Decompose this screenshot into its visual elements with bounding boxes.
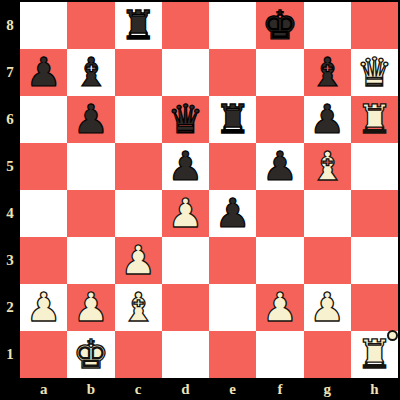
square-d5[interactable]: ♟ — [162, 143, 209, 190]
square-a5[interactable] — [20, 143, 67, 190]
square-g1[interactable] — [304, 331, 351, 378]
piece-black-pawn[interactable]: ♟ — [215, 193, 251, 233]
piece-white-pawn[interactable]: ♟ — [167, 193, 203, 233]
square-b6[interactable]: ♟ — [67, 96, 114, 143]
piece-black-pawn[interactable]: ♟ — [26, 52, 62, 92]
square-b4[interactable] — [67, 190, 114, 237]
piece-black-rook[interactable]: ♜ — [215, 99, 251, 139]
board-frame: 87654321 ♜♚♟♝♝♛♟♛♜♟♜♟♟♝♟♟♟♟♟♝♟♟♚♜ abcdef… — [0, 0, 400, 400]
piece-white-queen[interactable]: ♛ — [356, 52, 392, 92]
rank-label-2: 2 — [0, 284, 20, 331]
square-a2[interactable]: ♟ — [20, 284, 67, 331]
file-label-b: b — [67, 378, 114, 400]
move-indicator-circle — [387, 330, 398, 341]
piece-white-rook[interactable]: ♜ — [356, 99, 392, 139]
piece-black-king[interactable]: ♚ — [262, 5, 298, 45]
piece-black-bishop[interactable]: ♝ — [73, 52, 109, 92]
square-d7[interactable] — [162, 49, 209, 96]
square-d2[interactable] — [162, 284, 209, 331]
file-label-a: a — [20, 378, 67, 400]
piece-black-bishop[interactable]: ♝ — [309, 52, 345, 92]
piece-white-pawn[interactable]: ♟ — [26, 287, 62, 327]
square-g4[interactable] — [304, 190, 351, 237]
file-label-g: g — [304, 378, 351, 400]
piece-white-pawn[interactable]: ♟ — [120, 240, 156, 280]
square-f7[interactable] — [256, 49, 303, 96]
square-h3[interactable] — [351, 237, 398, 284]
square-f6[interactable] — [256, 96, 303, 143]
square-b8[interactable] — [67, 2, 114, 49]
piece-black-pawn[interactable]: ♟ — [309, 99, 345, 139]
square-b3[interactable] — [67, 237, 114, 284]
square-g5[interactable]: ♝ — [304, 143, 351, 190]
square-d6[interactable]: ♛ — [162, 96, 209, 143]
square-h5[interactable] — [351, 143, 398, 190]
rank-label-6: 6 — [0, 96, 20, 143]
file-label-f: f — [256, 378, 303, 400]
square-f8[interactable]: ♚ — [256, 2, 303, 49]
square-g6[interactable]: ♟ — [304, 96, 351, 143]
square-b5[interactable] — [67, 143, 114, 190]
square-c8[interactable]: ♜ — [115, 2, 162, 49]
square-g7[interactable]: ♝ — [304, 49, 351, 96]
square-e3[interactable] — [209, 237, 256, 284]
square-b7[interactable]: ♝ — [67, 49, 114, 96]
square-d4[interactable]: ♟ — [162, 190, 209, 237]
rank-label-7: 7 — [0, 49, 20, 96]
square-e6[interactable]: ♜ — [209, 96, 256, 143]
square-d8[interactable] — [162, 2, 209, 49]
square-c7[interactable] — [115, 49, 162, 96]
chess-board[interactable]: ♜♚♟♝♝♛♟♛♜♟♜♟♟♝♟♟♟♟♟♝♟♟♚♜ — [20, 2, 398, 378]
rank-label-3: 3 — [0, 237, 20, 284]
piece-white-bishop[interactable]: ♝ — [309, 146, 345, 186]
square-h8[interactable] — [351, 2, 398, 49]
piece-white-pawn[interactable]: ♟ — [309, 287, 345, 327]
piece-black-pawn[interactable]: ♟ — [73, 99, 109, 139]
square-g8[interactable] — [304, 2, 351, 49]
square-h4[interactable] — [351, 190, 398, 237]
square-e1[interactable] — [209, 331, 256, 378]
rank-label-8: 8 — [0, 2, 20, 49]
square-h2[interactable] — [351, 284, 398, 331]
rank-label-5: 5 — [0, 143, 20, 190]
square-c4[interactable] — [115, 190, 162, 237]
file-labels: abcdefgh — [20, 378, 398, 400]
square-a3[interactable] — [20, 237, 67, 284]
piece-black-queen[interactable]: ♛ — [167, 99, 203, 139]
piece-white-rook[interactable]: ♜ — [356, 334, 392, 374]
square-d1[interactable] — [162, 331, 209, 378]
square-e4[interactable]: ♟ — [209, 190, 256, 237]
rank-label-4: 4 — [0, 190, 20, 237]
rank-label-1: 1 — [0, 331, 20, 378]
square-f3[interactable] — [256, 237, 303, 284]
square-a4[interactable] — [20, 190, 67, 237]
square-f4[interactable] — [256, 190, 303, 237]
square-a1[interactable] — [20, 331, 67, 378]
square-e2[interactable] — [209, 284, 256, 331]
square-g3[interactable] — [304, 237, 351, 284]
piece-white-bishop[interactable]: ♝ — [120, 287, 156, 327]
square-c6[interactable] — [115, 96, 162, 143]
square-c1[interactable] — [115, 331, 162, 378]
square-e7[interactable] — [209, 49, 256, 96]
piece-black-rook[interactable]: ♜ — [120, 5, 156, 45]
rank-labels: 87654321 — [0, 2, 20, 378]
piece-black-pawn[interactable]: ♟ — [167, 146, 203, 186]
square-c3[interactable]: ♟ — [115, 237, 162, 284]
square-f1[interactable] — [256, 331, 303, 378]
square-a7[interactable]: ♟ — [20, 49, 67, 96]
file-label-h: h — [351, 378, 398, 400]
square-f5[interactable]: ♟ — [256, 143, 303, 190]
piece-white-pawn[interactable]: ♟ — [262, 287, 298, 327]
square-a6[interactable] — [20, 96, 67, 143]
file-label-c: c — [115, 378, 162, 400]
piece-white-king[interactable]: ♚ — [73, 334, 109, 374]
square-g2[interactable]: ♟ — [304, 284, 351, 331]
square-b2[interactable]: ♟ — [67, 284, 114, 331]
square-c5[interactable] — [115, 143, 162, 190]
square-c2[interactable]: ♝ — [115, 284, 162, 331]
square-b1[interactable]: ♚ — [67, 331, 114, 378]
square-h1[interactable]: ♜ — [351, 331, 398, 378]
square-e5[interactable] — [209, 143, 256, 190]
square-f2[interactable]: ♟ — [256, 284, 303, 331]
file-label-e: e — [209, 378, 256, 400]
piece-white-pawn[interactable]: ♟ — [73, 287, 109, 327]
square-e8[interactable] — [209, 2, 256, 49]
file-label-d: d — [162, 378, 209, 400]
square-h6[interactable]: ♜ — [351, 96, 398, 143]
square-d3[interactable] — [162, 237, 209, 284]
square-a8[interactable] — [20, 2, 67, 49]
piece-black-pawn[interactable]: ♟ — [262, 146, 298, 186]
square-h7[interactable]: ♛ — [351, 49, 398, 96]
